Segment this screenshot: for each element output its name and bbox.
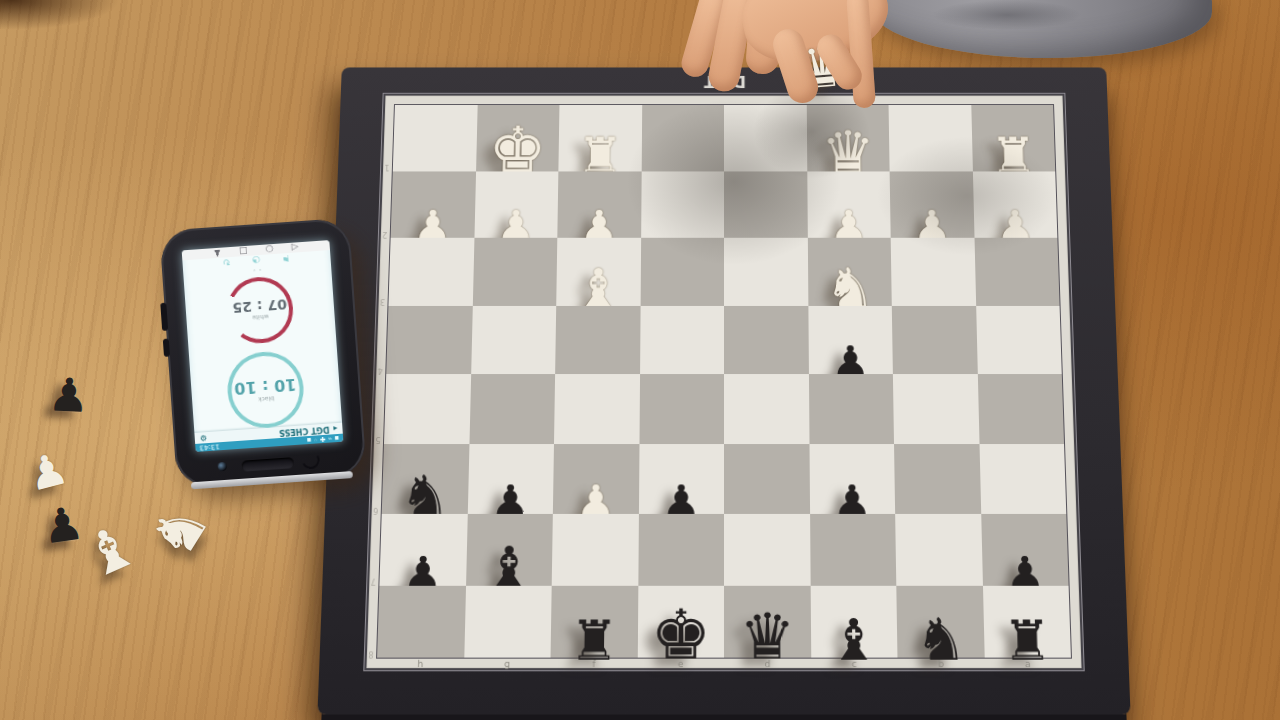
sensor-ring	[299, 449, 321, 471]
square-f3: ♝	[556, 238, 640, 306]
file-label-d: d	[724, 658, 811, 671]
square-e3	[640, 238, 724, 306]
rank-label-3: 3	[377, 238, 391, 306]
nav-icon-3[interactable]: ♟	[213, 248, 222, 259]
square-b8: ♞	[896, 585, 984, 657]
square-d1	[724, 105, 807, 171]
file-label-a: a	[984, 658, 1071, 671]
square-d3	[724, 238, 808, 306]
square-h1	[393, 105, 477, 171]
rank-label-7: 7	[367, 514, 382, 585]
square-g2: ♟	[474, 171, 558, 238]
smartphone-chess-clock: ▪ ⌁ ✚ ◦ ▪ 13:43 ◂ DGT CHESS ⚙ black 10 :…	[159, 218, 367, 489]
square-g7: ♝	[466, 514, 553, 585]
square-e1	[641, 105, 724, 171]
toolbar-icon-1[interactable]: ◔	[252, 255, 261, 266]
toolbar-icon-2[interactable]: ↻	[223, 257, 231, 268]
square-d5	[724, 374, 809, 443]
square-c3: ♞	[807, 238, 891, 306]
square-f4	[555, 305, 640, 374]
square-c4: ♟	[808, 305, 893, 374]
square-h4	[386, 305, 472, 374]
square-f6: ♟	[553, 444, 639, 514]
rank-label-6: 6	[370, 444, 384, 514]
square-a7: ♟	[981, 514, 1069, 585]
file-label-e: e	[637, 658, 724, 671]
square-c8: ♝	[810, 585, 897, 657]
toolbar-icon-0[interactable]: ⚑	[282, 253, 291, 264]
square-d6	[724, 444, 810, 514]
earpiece-speaker	[241, 457, 294, 472]
square-h6: ♞	[382, 444, 469, 514]
square-g1: ♚	[476, 105, 560, 171]
square-b3	[891, 238, 976, 306]
status-time: 13:43	[199, 442, 220, 451]
black-timer-ring[interactable]: black 10 : 10	[225, 349, 306, 430]
square-a8: ♜	[982, 585, 1070, 657]
file-label-g: g	[463, 658, 550, 671]
file-label-c: c	[811, 658, 898, 671]
phone-screen[interactable]: ▪ ⌁ ✚ ◦ ▪ 13:43 ◂ DGT CHESS ⚙ black 10 :…	[182, 240, 344, 452]
back-icon[interactable]: ◂	[333, 424, 338, 433]
square-a4	[976, 305, 1062, 374]
captured-black-pawn-1: ♟	[47, 371, 91, 419]
square-a5	[977, 374, 1064, 443]
board-grid: ♚♜♛♜♟♟♟♟♟♟♝♞♟♞♟♟♟♟♟♝♟♜♚♛♝♞♜	[377, 105, 1071, 658]
square-c6: ♟	[809, 444, 895, 514]
square-g3	[472, 238, 557, 306]
file-label-f: f	[550, 658, 637, 671]
nav-icon-2[interactable]: □	[239, 246, 248, 257]
square-a1: ♜	[971, 105, 1055, 171]
square-d2	[724, 171, 807, 238]
file-labels: hgfedcba	[377, 658, 1072, 671]
square-b7	[895, 514, 982, 585]
square-e6: ♟	[638, 444, 724, 514]
power-button[interactable]	[163, 339, 170, 357]
square-b1	[889, 105, 973, 171]
clock-main: black 10 : 10 white 07 : 25 ˇ ˇ	[183, 260, 342, 433]
square-g6: ♟	[467, 444, 554, 514]
square-e4	[640, 305, 724, 374]
square-d4	[724, 305, 808, 374]
file-label-b: b	[897, 658, 984, 671]
square-c1: ♛	[806, 105, 889, 171]
square-h8	[377, 585, 465, 657]
black-timer-label: black	[258, 395, 274, 403]
square-h2: ♟	[391, 171, 476, 238]
square-b4	[892, 305, 978, 374]
volume-button[interactable]	[160, 303, 168, 331]
square-d7	[724, 514, 810, 585]
white-timer-label: white	[252, 314, 269, 322]
white-timer-ring[interactable]: white 07 : 25	[225, 275, 295, 345]
file-label-h: h	[377, 658, 464, 671]
square-a6	[979, 444, 1066, 514]
table-edge-shadow	[0, 0, 120, 30]
square-h3	[388, 238, 474, 306]
square-a3	[974, 238, 1060, 306]
square-a2: ♟	[972, 171, 1057, 238]
board-border: ♚♜♛♜♟♟♟♟♟♟♝♞♟♞♟♟♟♟♟♝♟♜♚♛♝♞♜ hgfedcba 123…	[364, 94, 1083, 670]
rank-label-8: 8	[365, 585, 380, 657]
square-d8: ♛	[724, 585, 811, 657]
square-b5	[893, 374, 979, 443]
square-e2	[641, 171, 724, 238]
square-b6	[894, 444, 981, 514]
rank-label-1: 1	[381, 105, 395, 171]
square-f8: ♜	[551, 585, 638, 657]
square-f7	[552, 514, 639, 585]
square-g4	[471, 305, 557, 374]
square-g5	[469, 374, 555, 443]
square-c7	[810, 514, 897, 585]
square-g8	[464, 585, 552, 657]
rank-label-5: 5	[372, 374, 386, 443]
square-b2: ♟	[890, 171, 974, 238]
square-h5	[384, 374, 471, 443]
front-camera	[218, 462, 228, 472]
square-e7	[638, 514, 724, 585]
dgt-chess-board: DGT ♚♜♛♜♟♟♟♟♟♟♝♞♟♞♟♟♟♟♟♝♟♜♚♛♝♞♜ hgfedcba…	[317, 67, 1130, 714]
square-f1: ♜	[558, 105, 641, 171]
square-h7: ♟	[379, 514, 467, 585]
square-e5	[639, 374, 724, 443]
gear-icon[interactable]: ⚙	[199, 433, 207, 442]
square-f5	[554, 374, 640, 443]
square-e8: ♚	[637, 585, 724, 657]
nav-icon-0[interactable]: ◁	[291, 242, 299, 252]
nav-icon-1[interactable]: ○	[265, 244, 274, 255]
square-c5	[808, 374, 894, 443]
rank-label-2: 2	[379, 171, 393, 238]
square-f2: ♟	[557, 171, 641, 238]
sweater-fold	[932, 0, 1082, 30]
square-c2: ♟	[807, 171, 891, 238]
rank-label-4: 4	[374, 305, 388, 374]
